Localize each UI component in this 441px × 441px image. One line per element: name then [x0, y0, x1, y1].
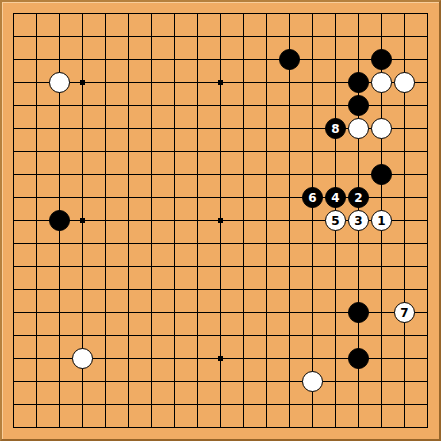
intersection-6-7[interactable]	[117, 140, 140, 163]
intersection-6-11[interactable]	[117, 232, 140, 255]
intersection-3-5[interactable]	[48, 94, 71, 117]
intersection-5-7[interactable]	[94, 140, 117, 163]
intersection-5-1[interactable]	[94, 2, 117, 25]
intersection-4-14[interactable]	[71, 301, 94, 324]
intersection-1-8[interactable]	[2, 163, 25, 186]
intersection-19-1[interactable]	[416, 2, 439, 25]
intersection-1-10[interactable]	[2, 209, 25, 232]
intersection-11-18[interactable]	[232, 393, 255, 416]
intersection-5-5[interactable]	[94, 94, 117, 117]
intersection-7-8[interactable]	[140, 163, 163, 186]
intersection-5-12[interactable]	[94, 255, 117, 278]
intersection-17-5[interactable]	[370, 94, 393, 117]
intersection-19-9[interactable]	[416, 186, 439, 209]
intersection-2-9[interactable]	[25, 186, 48, 209]
intersection-15-6[interactable]: 8	[324, 117, 347, 140]
intersection-7-1[interactable]	[140, 2, 163, 25]
intersection-19-3[interactable]	[416, 48, 439, 71]
intersection-8-2[interactable]	[163, 25, 186, 48]
intersection-17-16[interactable]	[370, 347, 393, 370]
intersection-4-6[interactable]	[71, 117, 94, 140]
intersection-4-13[interactable]	[71, 278, 94, 301]
intersection-2-12[interactable]	[25, 255, 48, 278]
intersection-12-15[interactable]	[255, 324, 278, 347]
intersection-6-17[interactable]	[117, 370, 140, 393]
intersection-1-17[interactable]	[2, 370, 25, 393]
intersection-2-3[interactable]	[25, 48, 48, 71]
intersection-11-2[interactable]	[232, 25, 255, 48]
intersection-3-1[interactable]	[48, 2, 71, 25]
intersection-7-4[interactable]	[140, 71, 163, 94]
intersection-9-18[interactable]	[186, 393, 209, 416]
intersection-7-3[interactable]	[140, 48, 163, 71]
intersection-2-14[interactable]	[25, 301, 48, 324]
intersection-8-1[interactable]	[163, 2, 186, 25]
intersection-2-17[interactable]	[25, 370, 48, 393]
intersection-7-19[interactable]	[140, 416, 163, 439]
intersection-10-3[interactable]	[209, 48, 232, 71]
intersection-10-9[interactable]	[209, 186, 232, 209]
intersection-18-1[interactable]	[393, 2, 416, 25]
intersection-13-2[interactable]	[278, 25, 301, 48]
intersection-12-6[interactable]	[255, 117, 278, 140]
intersection-4-11[interactable]	[71, 232, 94, 255]
intersection-11-8[interactable]	[232, 163, 255, 186]
intersection-9-19[interactable]	[186, 416, 209, 439]
intersection-16-12[interactable]	[347, 255, 370, 278]
intersection-15-14[interactable]	[324, 301, 347, 324]
intersection-13-15[interactable]	[278, 324, 301, 347]
intersection-3-7[interactable]	[48, 140, 71, 163]
intersection-10-10[interactable]	[209, 209, 232, 232]
intersection-14-6[interactable]	[301, 117, 324, 140]
intersection-7-6[interactable]	[140, 117, 163, 140]
intersection-11-3[interactable]	[232, 48, 255, 71]
intersection-5-4[interactable]	[94, 71, 117, 94]
intersection-3-12[interactable]	[48, 255, 71, 278]
intersection-17-14[interactable]	[370, 301, 393, 324]
intersection-19-14[interactable]	[416, 301, 439, 324]
intersection-16-10[interactable]: 3	[347, 209, 370, 232]
intersection-8-18[interactable]	[163, 393, 186, 416]
intersection-18-3[interactable]	[393, 48, 416, 71]
intersection-12-18[interactable]	[255, 393, 278, 416]
intersection-16-16[interactable]	[347, 347, 370, 370]
intersection-12-10[interactable]	[255, 209, 278, 232]
intersection-17-13[interactable]	[370, 278, 393, 301]
intersection-4-12[interactable]	[71, 255, 94, 278]
intersection-16-18[interactable]	[347, 393, 370, 416]
intersection-7-5[interactable]	[140, 94, 163, 117]
intersection-8-9[interactable]	[163, 186, 186, 209]
intersection-17-3[interactable]	[370, 48, 393, 71]
intersection-18-10[interactable]	[393, 209, 416, 232]
intersection-17-18[interactable]	[370, 393, 393, 416]
intersection-16-13[interactable]	[347, 278, 370, 301]
intersection-10-17[interactable]	[209, 370, 232, 393]
intersection-7-10[interactable]	[140, 209, 163, 232]
intersection-6-1[interactable]	[117, 2, 140, 25]
intersection-1-16[interactable]	[2, 347, 25, 370]
intersection-19-6[interactable]	[416, 117, 439, 140]
intersection-6-2[interactable]	[117, 25, 140, 48]
intersection-13-7[interactable]	[278, 140, 301, 163]
intersection-3-8[interactable]	[48, 163, 71, 186]
intersection-15-7[interactable]	[324, 140, 347, 163]
intersection-10-19[interactable]	[209, 416, 232, 439]
intersection-3-2[interactable]	[48, 25, 71, 48]
intersection-2-10[interactable]	[25, 209, 48, 232]
intersection-6-8[interactable]	[117, 163, 140, 186]
intersection-12-3[interactable]	[255, 48, 278, 71]
intersection-2-7[interactable]	[25, 140, 48, 163]
intersection-15-2[interactable]	[324, 25, 347, 48]
intersection-12-2[interactable]	[255, 25, 278, 48]
intersection-13-6[interactable]	[278, 117, 301, 140]
intersection-5-3[interactable]	[94, 48, 117, 71]
intersection-3-11[interactable]	[48, 232, 71, 255]
intersection-5-9[interactable]	[94, 186, 117, 209]
intersection-3-6[interactable]	[48, 117, 71, 140]
intersection-16-9[interactable]: 2	[347, 186, 370, 209]
intersection-14-10[interactable]	[301, 209, 324, 232]
intersection-14-19[interactable]	[301, 416, 324, 439]
intersection-18-9[interactable]	[393, 186, 416, 209]
intersection-18-17[interactable]	[393, 370, 416, 393]
intersection-6-5[interactable]	[117, 94, 140, 117]
intersection-17-12[interactable]	[370, 255, 393, 278]
intersection-1-12[interactable]	[2, 255, 25, 278]
intersection-4-7[interactable]	[71, 140, 94, 163]
intersection-9-6[interactable]	[186, 117, 209, 140]
intersection-16-2[interactable]	[347, 25, 370, 48]
intersection-2-2[interactable]	[25, 25, 48, 48]
intersection-3-4[interactable]	[48, 71, 71, 94]
intersection-19-2[interactable]	[416, 25, 439, 48]
intersection-1-6[interactable]	[2, 117, 25, 140]
intersection-19-7[interactable]	[416, 140, 439, 163]
intersection-16-11[interactable]	[347, 232, 370, 255]
intersection-13-18[interactable]	[278, 393, 301, 416]
intersection-12-19[interactable]	[255, 416, 278, 439]
intersection-1-11[interactable]	[2, 232, 25, 255]
intersection-10-5[interactable]	[209, 94, 232, 117]
intersection-18-6[interactable]	[393, 117, 416, 140]
intersection-19-13[interactable]	[416, 278, 439, 301]
intersection-8-14[interactable]	[163, 301, 186, 324]
intersection-19-16[interactable]	[416, 347, 439, 370]
intersection-8-11[interactable]	[163, 232, 186, 255]
intersection-18-8[interactable]	[393, 163, 416, 186]
intersection-4-9[interactable]	[71, 186, 94, 209]
intersection-9-17[interactable]	[186, 370, 209, 393]
intersection-6-16[interactable]	[117, 347, 140, 370]
intersection-14-18[interactable]	[301, 393, 324, 416]
intersection-18-5[interactable]	[393, 94, 416, 117]
intersection-12-7[interactable]	[255, 140, 278, 163]
intersection-13-19[interactable]	[278, 416, 301, 439]
intersection-14-2[interactable]	[301, 25, 324, 48]
intersection-13-13[interactable]	[278, 278, 301, 301]
intersection-18-13[interactable]	[393, 278, 416, 301]
intersection-12-17[interactable]	[255, 370, 278, 393]
intersection-19-5[interactable]	[416, 94, 439, 117]
intersection-3-10[interactable]	[48, 209, 71, 232]
intersection-13-8[interactable]	[278, 163, 301, 186]
intersection-5-13[interactable]	[94, 278, 117, 301]
intersection-2-19[interactable]	[25, 416, 48, 439]
intersection-4-19[interactable]	[71, 416, 94, 439]
intersection-12-16[interactable]	[255, 347, 278, 370]
intersection-16-6[interactable]	[347, 117, 370, 140]
intersection-15-13[interactable]	[324, 278, 347, 301]
intersection-10-7[interactable]	[209, 140, 232, 163]
intersection-1-5[interactable]	[2, 94, 25, 117]
intersection-13-4[interactable]	[278, 71, 301, 94]
intersection-10-6[interactable]	[209, 117, 232, 140]
intersection-14-8[interactable]	[301, 163, 324, 186]
intersection-3-3[interactable]	[48, 48, 71, 71]
intersection-11-4[interactable]	[232, 71, 255, 94]
intersection-14-12[interactable]	[301, 255, 324, 278]
intersection-3-16[interactable]	[48, 347, 71, 370]
intersection-11-19[interactable]	[232, 416, 255, 439]
intersection-2-5[interactable]	[25, 94, 48, 117]
intersection-12-1[interactable]	[255, 2, 278, 25]
intersection-7-16[interactable]	[140, 347, 163, 370]
intersection-2-16[interactable]	[25, 347, 48, 370]
intersection-8-8[interactable]	[163, 163, 186, 186]
intersection-9-16[interactable]	[186, 347, 209, 370]
intersection-17-7[interactable]	[370, 140, 393, 163]
intersection-15-9[interactable]: 4	[324, 186, 347, 209]
intersection-9-10[interactable]	[186, 209, 209, 232]
intersection-6-19[interactable]	[117, 416, 140, 439]
intersection-18-2[interactable]	[393, 25, 416, 48]
intersection-14-16[interactable]	[301, 347, 324, 370]
intersection-12-11[interactable]	[255, 232, 278, 255]
intersection-11-15[interactable]	[232, 324, 255, 347]
intersection-14-7[interactable]	[301, 140, 324, 163]
intersection-15-10[interactable]: 5	[324, 209, 347, 232]
intersection-12-8[interactable]	[255, 163, 278, 186]
intersection-6-15[interactable]	[117, 324, 140, 347]
intersection-11-16[interactable]	[232, 347, 255, 370]
intersection-16-15[interactable]	[347, 324, 370, 347]
intersection-15-5[interactable]	[324, 94, 347, 117]
intersection-15-3[interactable]	[324, 48, 347, 71]
intersection-4-17[interactable]	[71, 370, 94, 393]
intersection-13-16[interactable]	[278, 347, 301, 370]
intersection-9-9[interactable]	[186, 186, 209, 209]
intersection-6-4[interactable]	[117, 71, 140, 94]
intersection-11-11[interactable]	[232, 232, 255, 255]
intersection-4-18[interactable]	[71, 393, 94, 416]
intersection-5-6[interactable]	[94, 117, 117, 140]
intersection-2-15[interactable]	[25, 324, 48, 347]
intersection-3-17[interactable]	[48, 370, 71, 393]
intersection-17-10[interactable]: 1	[370, 209, 393, 232]
intersection-12-4[interactable]	[255, 71, 278, 94]
intersection-18-15[interactable]	[393, 324, 416, 347]
intersection-13-10[interactable]	[278, 209, 301, 232]
intersection-6-9[interactable]	[117, 186, 140, 209]
intersection-8-19[interactable]	[163, 416, 186, 439]
intersection-17-8[interactable]	[370, 163, 393, 186]
intersection-7-13[interactable]	[140, 278, 163, 301]
intersection-10-4[interactable]	[209, 71, 232, 94]
intersection-19-19[interactable]	[416, 416, 439, 439]
intersection-17-1[interactable]	[370, 2, 393, 25]
intersection-19-12[interactable]	[416, 255, 439, 278]
intersection-10-8[interactable]	[209, 163, 232, 186]
intersection-17-11[interactable]	[370, 232, 393, 255]
intersection-15-1[interactable]	[324, 2, 347, 25]
intersection-2-6[interactable]	[25, 117, 48, 140]
intersection-8-10[interactable]	[163, 209, 186, 232]
intersection-17-15[interactable]	[370, 324, 393, 347]
intersection-11-6[interactable]	[232, 117, 255, 140]
intersection-5-19[interactable]	[94, 416, 117, 439]
intersection-18-12[interactable]	[393, 255, 416, 278]
intersection-8-7[interactable]	[163, 140, 186, 163]
intersection-14-3[interactable]	[301, 48, 324, 71]
intersection-6-6[interactable]	[117, 117, 140, 140]
intersection-8-16[interactable]	[163, 347, 186, 370]
intersection-4-10[interactable]	[71, 209, 94, 232]
intersection-5-17[interactable]	[94, 370, 117, 393]
intersection-18-18[interactable]	[393, 393, 416, 416]
intersection-16-1[interactable]	[347, 2, 370, 25]
intersection-7-2[interactable]	[140, 25, 163, 48]
intersection-4-2[interactable]	[71, 25, 94, 48]
intersection-16-19[interactable]	[347, 416, 370, 439]
intersection-1-1[interactable]	[2, 2, 25, 25]
intersection-10-15[interactable]	[209, 324, 232, 347]
intersection-7-15[interactable]	[140, 324, 163, 347]
intersection-5-2[interactable]	[94, 25, 117, 48]
intersection-3-13[interactable]	[48, 278, 71, 301]
intersection-9-8[interactable]	[186, 163, 209, 186]
intersection-1-2[interactable]	[2, 25, 25, 48]
intersection-13-9[interactable]	[278, 186, 301, 209]
intersection-5-11[interactable]	[94, 232, 117, 255]
intersection-13-5[interactable]	[278, 94, 301, 117]
intersection-14-9[interactable]: 6	[301, 186, 324, 209]
intersection-17-2[interactable]	[370, 25, 393, 48]
intersection-1-13[interactable]	[2, 278, 25, 301]
intersection-14-14[interactable]	[301, 301, 324, 324]
intersection-4-15[interactable]	[71, 324, 94, 347]
intersection-16-7[interactable]	[347, 140, 370, 163]
intersection-3-9[interactable]	[48, 186, 71, 209]
intersection-15-19[interactable]	[324, 416, 347, 439]
intersection-13-12[interactable]	[278, 255, 301, 278]
intersection-4-16[interactable]	[71, 347, 94, 370]
intersection-4-1[interactable]	[71, 2, 94, 25]
intersection-15-11[interactable]	[324, 232, 347, 255]
intersection-3-18[interactable]	[48, 393, 71, 416]
intersection-16-17[interactable]	[347, 370, 370, 393]
intersection-1-3[interactable]	[2, 48, 25, 71]
intersection-14-5[interactable]	[301, 94, 324, 117]
intersection-11-7[interactable]	[232, 140, 255, 163]
intersection-18-4[interactable]	[393, 71, 416, 94]
intersection-2-8[interactable]	[25, 163, 48, 186]
intersection-18-14[interactable]: 7	[393, 301, 416, 324]
intersection-7-17[interactable]	[140, 370, 163, 393]
intersection-12-14[interactable]	[255, 301, 278, 324]
intersection-7-12[interactable]	[140, 255, 163, 278]
intersection-4-8[interactable]	[71, 163, 94, 186]
intersection-3-15[interactable]	[48, 324, 71, 347]
intersection-15-8[interactable]	[324, 163, 347, 186]
intersection-5-18[interactable]	[94, 393, 117, 416]
intersection-17-6[interactable]	[370, 117, 393, 140]
intersection-2-13[interactable]	[25, 278, 48, 301]
intersection-7-18[interactable]	[140, 393, 163, 416]
intersection-16-14[interactable]	[347, 301, 370, 324]
intersection-7-9[interactable]	[140, 186, 163, 209]
intersection-19-11[interactable]	[416, 232, 439, 255]
intersection-16-3[interactable]	[347, 48, 370, 71]
intersection-8-12[interactable]	[163, 255, 186, 278]
intersection-15-17[interactable]	[324, 370, 347, 393]
intersection-18-11[interactable]	[393, 232, 416, 255]
intersection-5-10[interactable]	[94, 209, 117, 232]
intersection-9-12[interactable]	[186, 255, 209, 278]
intersection-18-16[interactable]	[393, 347, 416, 370]
intersection-10-2[interactable]	[209, 25, 232, 48]
intersection-13-11[interactable]	[278, 232, 301, 255]
intersection-13-17[interactable]	[278, 370, 301, 393]
intersection-9-2[interactable]	[186, 25, 209, 48]
intersection-1-18[interactable]	[2, 393, 25, 416]
intersection-8-6[interactable]	[163, 117, 186, 140]
intersection-8-3[interactable]	[163, 48, 186, 71]
intersection-12-5[interactable]	[255, 94, 278, 117]
intersection-15-16[interactable]	[324, 347, 347, 370]
intersection-19-15[interactable]	[416, 324, 439, 347]
intersection-1-9[interactable]	[2, 186, 25, 209]
intersection-19-17[interactable]	[416, 370, 439, 393]
intersection-11-13[interactable]	[232, 278, 255, 301]
intersection-14-13[interactable]	[301, 278, 324, 301]
intersection-8-15[interactable]	[163, 324, 186, 347]
intersection-11-5[interactable]	[232, 94, 255, 117]
intersection-10-14[interactable]	[209, 301, 232, 324]
intersection-5-15[interactable]	[94, 324, 117, 347]
intersection-1-19[interactable]	[2, 416, 25, 439]
intersection-11-17[interactable]	[232, 370, 255, 393]
intersection-11-12[interactable]	[232, 255, 255, 278]
intersection-2-4[interactable]	[25, 71, 48, 94]
intersection-19-18[interactable]	[416, 393, 439, 416]
intersection-11-1[interactable]	[232, 2, 255, 25]
intersection-9-3[interactable]	[186, 48, 209, 71]
intersection-12-9[interactable]	[255, 186, 278, 209]
intersection-19-8[interactable]	[416, 163, 439, 186]
intersection-16-5[interactable]	[347, 94, 370, 117]
intersection-4-4[interactable]	[71, 71, 94, 94]
intersection-19-4[interactable]	[416, 71, 439, 94]
intersection-9-5[interactable]	[186, 94, 209, 117]
intersection-6-3[interactable]	[117, 48, 140, 71]
intersection-9-1[interactable]	[186, 2, 209, 25]
intersection-6-12[interactable]	[117, 255, 140, 278]
intersection-10-16[interactable]	[209, 347, 232, 370]
intersection-13-1[interactable]	[278, 2, 301, 25]
